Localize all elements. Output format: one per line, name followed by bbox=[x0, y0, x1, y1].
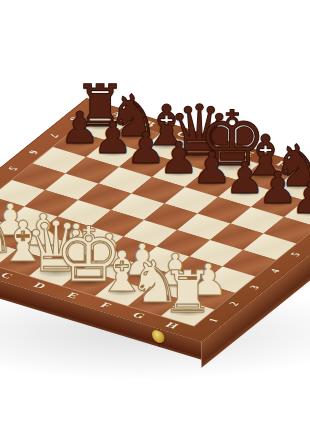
pieces-layer: ♜♞♝♛♚♝♞♜♟♟♟♟♟♟♟♟♟♟♟♟♟♟♟♟♜♞♝♛♚♝♞♜ bbox=[0, 0, 310, 430]
black-pawn: ♟ bbox=[291, 175, 310, 219]
white-rook: ♜ bbox=[162, 262, 214, 320]
chess-set-photo: AABBCCDDEEFFGGHH1122334455667788 ♜♞♝♛♚♝♞… bbox=[0, 0, 310, 430]
